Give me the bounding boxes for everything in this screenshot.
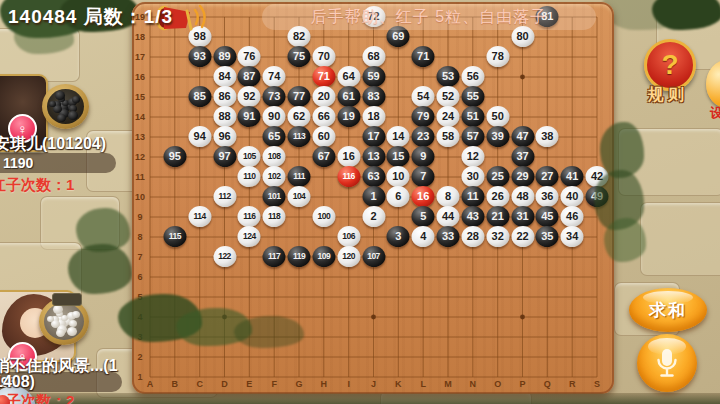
stone-N14: 51 <box>461 106 484 127</box>
stone-C13: 94 <box>188 126 211 147</box>
stone-J16: 59 <box>362 66 385 87</box>
stone-L8: 4 <box>412 226 435 247</box>
stone-P11: 29 <box>511 166 534 187</box>
bowl-stone <box>57 114 66 122</box>
stone-P8: 22 <box>511 226 534 247</box>
stone-F7: 117 <box>263 246 286 267</box>
round-counter: 局数：1/3 <box>84 6 173 27</box>
stone-I11: 116 <box>337 166 360 187</box>
stone-N12: 12 <box>461 146 484 167</box>
stone-J11: 63 <box>362 166 385 187</box>
stone-I16: 64 <box>337 66 360 87</box>
stone-K8: 3 <box>387 226 410 247</box>
stone-O8: 32 <box>486 226 509 247</box>
bowl-stone <box>56 329 65 337</box>
stone-K10: 6 <box>387 186 410 207</box>
stone-P10: 48 <box>511 186 534 207</box>
plant-right <box>594 122 648 262</box>
stone-E17: 76 <box>238 46 261 67</box>
stone-N16: 56 <box>461 66 484 87</box>
stone-L13: 23 <box>412 126 435 147</box>
stone-N11: 30 <box>461 166 484 187</box>
stone-C17: 93 <box>188 46 211 67</box>
rules-button[interactable]: ? <box>644 39 696 91</box>
stone-C9: 114 <box>188 206 211 227</box>
stone-G14: 62 <box>288 106 311 127</box>
stone-E12: 105 <box>238 146 261 167</box>
top-player-name: 安琪儿(101204) <box>0 134 106 155</box>
stone-E14: 91 <box>238 106 261 127</box>
stone-B8: 115 <box>163 226 186 247</box>
stone-G10: 104 <box>288 186 311 207</box>
stone-R10: 40 <box>561 186 584 207</box>
stone-M9: 44 <box>437 206 460 227</box>
stone-F12: 108 <box>263 146 286 167</box>
floor-tile <box>640 202 720 276</box>
bottom-floor-shadow <box>0 393 720 404</box>
stone-F9: 118 <box>263 206 286 227</box>
stone-O17: 78 <box>486 46 509 67</box>
game-screen: 19181716151413121110987654321ABCDEFGHIJK… <box>0 0 720 404</box>
stone-J7: 107 <box>362 246 385 267</box>
bowl-stone <box>55 91 65 100</box>
stone-L15: 54 <box>412 86 435 107</box>
stone-N8: 28 <box>461 226 484 247</box>
stone-R9: 46 <box>561 206 584 227</box>
stone-O11: 25 <box>486 166 509 187</box>
stone-H17: 70 <box>312 46 335 67</box>
stone-J9: 2 <box>362 206 385 227</box>
stone-E16: 87 <box>238 66 261 87</box>
stone-H9: 100 <box>312 206 335 227</box>
stone-J10: 1 <box>362 186 385 207</box>
room-number: 140484 <box>8 6 77 27</box>
stone-I8: 106 <box>337 226 360 247</box>
stone-L14: 79 <box>412 106 435 127</box>
stone-J15: 83 <box>362 86 385 107</box>
stone-Q13: 38 <box>536 126 559 147</box>
stone-D16: 84 <box>213 66 236 87</box>
stone-F15: 73 <box>263 86 286 107</box>
stone-N13: 57 <box>461 126 484 147</box>
stone-G13: 113 <box>288 126 311 147</box>
bowl-stone <box>72 311 80 318</box>
stone-G11: 111 <box>288 166 311 187</box>
bottom-player-red-count: 红子次数：2 <box>0 392 74 404</box>
stone-M15: 52 <box>437 86 460 107</box>
stone-D13: 96 <box>213 126 236 147</box>
stone-F10: 101 <box>263 186 286 207</box>
stone-G7: 119 <box>288 246 311 267</box>
stone-M10: 8 <box>437 186 460 207</box>
voice-mic-button[interactable] <box>637 334 697 392</box>
stone-E11: 110 <box>238 166 261 187</box>
stone-G17: 75 <box>288 46 311 67</box>
stone-L9: 5 <box>412 206 435 227</box>
stone-B12: 95 <box>163 146 186 167</box>
stone-P12: 37 <box>511 146 534 167</box>
stone-D14: 88 <box>213 106 236 127</box>
stone-N15: 55 <box>461 86 484 107</box>
black-stones-bowl <box>42 84 89 129</box>
stone-O10: 26 <box>486 186 509 207</box>
stone-P13: 47 <box>511 126 534 147</box>
stone-E8: 124 <box>238 226 261 247</box>
stone-O9: 21 <box>486 206 509 227</box>
stone-L12: 9 <box>412 146 435 167</box>
draw-offer-button[interactable]: 求和 <box>629 288 707 332</box>
settings-partial-label: 设 <box>710 104 720 122</box>
stone-H14: 66 <box>312 106 335 127</box>
stone-Q8: 35 <box>536 226 559 247</box>
bowl-plaque <box>52 293 82 306</box>
stone-I14: 19 <box>337 106 360 127</box>
stone-H16: 71 <box>312 66 335 87</box>
bowl-stone <box>72 96 80 103</box>
stone-I7: 120 <box>337 246 360 267</box>
stone-D7: 122 <box>213 246 236 267</box>
stone-L17: 71 <box>412 46 435 67</box>
stone-E9: 116 <box>238 206 261 227</box>
bowl-stone <box>68 111 78 120</box>
stone-F13: 65 <box>263 126 286 147</box>
stone-I12: 16 <box>337 146 360 167</box>
stone-H15: 20 <box>312 86 335 107</box>
stone-D17: 89 <box>213 46 236 67</box>
stone-K12: 15 <box>387 146 410 167</box>
stone-Q9: 45 <box>536 206 559 227</box>
rules-button-label: 规则 <box>638 85 698 106</box>
bottom-player-name-line2: 1408) <box>0 373 35 391</box>
stone-O13: 39 <box>486 126 509 147</box>
stone-N9: 43 <box>461 206 484 227</box>
stone-H12: 67 <box>312 146 335 167</box>
bowl-stone <box>53 305 63 314</box>
stone-J13: 17 <box>362 126 385 147</box>
top-player-rating: 1190 <box>0 153 116 173</box>
bowl-stone <box>47 316 54 322</box>
stone-K13: 14 <box>387 126 410 147</box>
microphone-icon <box>655 347 679 379</box>
stone-O14: 50 <box>486 106 509 127</box>
stone-K11: 10 <box>387 166 410 187</box>
stone-L11: 7 <box>412 166 435 187</box>
stone-R11: 41 <box>561 166 584 187</box>
stone-D15: 86 <box>213 86 236 107</box>
stone-F11: 102 <box>263 166 286 187</box>
stone-J17: 68 <box>362 46 385 67</box>
stone-R8: 34 <box>561 226 584 247</box>
stone-M16: 53 <box>437 66 460 87</box>
stone-M8: 33 <box>437 226 460 247</box>
stone-D12: 97 <box>213 146 236 167</box>
stone-Q11: 27 <box>536 166 559 187</box>
stone-C15: 85 <box>188 86 211 107</box>
bowl-stone <box>49 101 56 107</box>
stone-H13: 60 <box>312 126 335 147</box>
stone-Q10: 36 <box>536 186 559 207</box>
room-settings-banner: 后手帮助、红子 5粒、自由落子 <box>262 4 596 30</box>
stone-F16: 74 <box>263 66 286 87</box>
plant-bottom-left <box>118 286 308 352</box>
stone-J12: 13 <box>362 146 385 167</box>
stone-H7: 109 <box>312 246 335 267</box>
stone-E15: 92 <box>238 86 261 107</box>
stone-M14: 24 <box>437 106 460 127</box>
stone-D10: 112 <box>213 186 236 207</box>
bowl-stone <box>67 327 77 336</box>
room-header: 140484 局数：1/3 <box>8 4 173 30</box>
stone-M13: 58 <box>437 126 460 147</box>
stone-J14: 18 <box>362 106 385 127</box>
stone-N10: 11 <box>461 186 484 207</box>
stone-I15: 61 <box>337 86 360 107</box>
stone-P9: 31 <box>511 206 534 227</box>
stone-G15: 77 <box>288 86 311 107</box>
top-player-red-count: 红子次数：1 <box>0 176 74 195</box>
stone-L10: 16 <box>412 186 435 207</box>
stone-F14: 90 <box>263 106 286 127</box>
